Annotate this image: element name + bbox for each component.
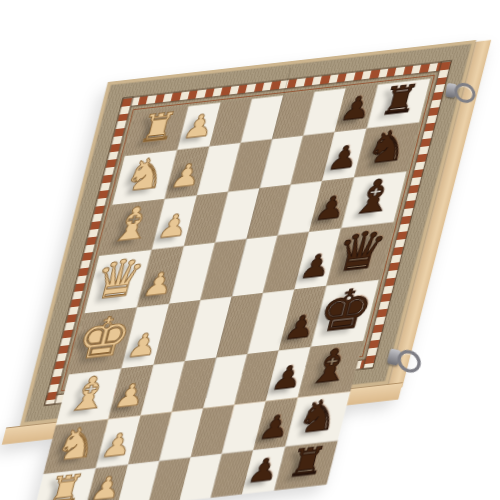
chess-piece-bN: ♞ [361, 123, 413, 171]
chess-piece-bR: ♜ [284, 442, 330, 484]
chess-piece-bR: ♜ [376, 80, 422, 122]
chess-piece-bB: ♝ [347, 172, 401, 222]
chess-piece-wR: ♜ [135, 107, 181, 149]
chess-set-photo: ♜♟♟♜♞♟♟♞♝♟♟♝♛♟♟♛♚♟♟♚♝♟♟♝♞♟♟♞♜♟♟♜ [0, 0, 500, 500]
chess-piece-wR: ♜ [42, 469, 88, 500]
chess-piece-bB: ♝ [304, 341, 358, 391]
chess-piece-wN: ♞ [51, 420, 103, 468]
chess-piece-wB: ♝ [62, 369, 116, 419]
square-r7c0: ♜ [32, 468, 96, 500]
chess-piece-wB: ♝ [106, 200, 160, 250]
metal-clasp-upper [444, 78, 479, 106]
chess-piece-bN: ♞ [292, 392, 344, 440]
chess-piece-wN: ♞ [120, 151, 172, 199]
square-r7c7: ♜ [274, 441, 338, 491]
